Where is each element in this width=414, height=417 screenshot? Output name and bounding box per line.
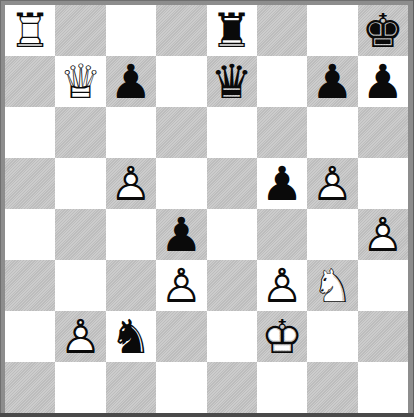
white-pawn[interactable]: ♟♙	[110, 160, 152, 207]
square-b1[interactable]	[55, 362, 105, 413]
square-a2[interactable]	[5, 311, 55, 362]
square-c8[interactable]	[106, 5, 156, 56]
black-king[interactable]: ♚	[362, 7, 404, 54]
square-g7[interactable]: ♟	[307, 56, 357, 107]
white-pawn-outline: ♙	[110, 160, 152, 207]
square-g5[interactable]: ♟♙	[307, 158, 357, 209]
white-pawn[interactable]: ♟♙	[311, 160, 353, 207]
square-d7[interactable]	[156, 56, 206, 107]
square-f1[interactable]	[257, 362, 307, 413]
black-king-glyph: ♚	[362, 7, 404, 54]
black-pawn[interactable]: ♟	[110, 58, 152, 105]
square-c2[interactable]: ♞	[106, 311, 156, 362]
square-d3[interactable]: ♟♙	[156, 260, 206, 311]
square-h5[interactable]	[358, 158, 408, 209]
square-h1[interactable]	[358, 362, 408, 413]
white-king-outline: ♔	[261, 313, 303, 360]
square-f4[interactable]	[257, 209, 307, 260]
square-a5[interactable]	[5, 158, 55, 209]
square-d6[interactable]	[156, 107, 206, 158]
square-g8[interactable]	[307, 5, 357, 56]
square-a8[interactable]: ♜♖	[5, 5, 55, 56]
black-queen[interactable]: ♛	[211, 58, 253, 105]
frame-bottom-shadow	[0, 413, 414, 417]
square-h3[interactable]	[358, 260, 408, 311]
square-e4[interactable]	[207, 209, 257, 260]
square-g6[interactable]	[307, 107, 357, 158]
white-king[interactable]: ♚♔	[261, 313, 303, 360]
white-pawn-outline: ♙	[311, 160, 353, 207]
black-queen-glyph: ♛	[211, 58, 253, 105]
chess-board: ♜♖♜♚♛♕♟♛♟♟♟♙♟♟♙♟♟♙♟♙♟♙♞♘♟♙♞♚♔	[5, 5, 408, 413]
black-pawn[interactable]: ♟	[311, 58, 353, 105]
square-h8[interactable]: ♚	[358, 5, 408, 56]
square-b5[interactable]	[55, 158, 105, 209]
square-c7[interactable]: ♟	[106, 56, 156, 107]
square-h4[interactable]: ♟♙	[358, 209, 408, 260]
black-pawn[interactable]: ♟	[362, 58, 404, 105]
square-f7[interactable]	[257, 56, 307, 107]
white-pawn[interactable]: ♟♙	[160, 262, 202, 309]
square-g1[interactable]	[307, 362, 357, 413]
square-f2[interactable]: ♚♔	[257, 311, 307, 362]
black-pawn-glyph: ♟	[261, 160, 303, 207]
square-a3[interactable]	[5, 260, 55, 311]
square-c3[interactable]	[106, 260, 156, 311]
black-rook[interactable]: ♜	[211, 7, 253, 54]
square-c1[interactable]	[106, 362, 156, 413]
square-f5[interactable]: ♟	[257, 158, 307, 209]
chessboard-frame: ♜♖♜♚♛♕♟♛♟♟♟♙♟♟♙♟♟♙♟♙♟♙♞♘♟♙♞♚♔	[0, 0, 414, 417]
square-f6[interactable]	[257, 107, 307, 158]
square-f8[interactable]	[257, 5, 307, 56]
black-rook-glyph: ♜	[211, 7, 253, 54]
white-pawn[interactable]: ♟♙	[261, 262, 303, 309]
square-b4[interactable]	[55, 209, 105, 260]
black-pawn-glyph: ♟	[160, 211, 202, 258]
white-rook-outline: ♖	[9, 7, 51, 54]
square-a6[interactable]	[5, 107, 55, 158]
square-c5[interactable]: ♟♙	[106, 158, 156, 209]
white-pawn-outline: ♙	[362, 211, 404, 258]
square-d5[interactable]	[156, 158, 206, 209]
black-pawn[interactable]: ♟	[160, 211, 202, 258]
square-b2[interactable]: ♟♙	[55, 311, 105, 362]
square-e7[interactable]: ♛	[207, 56, 257, 107]
square-d1[interactable]	[156, 362, 206, 413]
white-knight-outline: ♘	[311, 262, 353, 309]
white-pawn[interactable]: ♟♙	[59, 313, 101, 360]
square-b6[interactable]	[55, 107, 105, 158]
black-pawn[interactable]: ♟	[261, 160, 303, 207]
square-e8[interactable]: ♜	[207, 5, 257, 56]
square-g3[interactable]: ♞♘	[307, 260, 357, 311]
square-b8[interactable]	[55, 5, 105, 56]
square-e2[interactable]	[207, 311, 257, 362]
square-e1[interactable]	[207, 362, 257, 413]
square-d8[interactable]	[156, 5, 206, 56]
square-a4[interactable]	[5, 209, 55, 260]
white-rook[interactable]: ♜♖	[9, 7, 51, 54]
square-d4[interactable]: ♟	[156, 209, 206, 260]
square-c6[interactable]	[106, 107, 156, 158]
white-knight[interactable]: ♞♘	[311, 262, 353, 309]
square-a1[interactable]	[5, 362, 55, 413]
black-pawn-glyph: ♟	[311, 58, 353, 105]
square-g4[interactable]	[307, 209, 357, 260]
square-h6[interactable]	[358, 107, 408, 158]
square-a7[interactable]	[5, 56, 55, 107]
white-pawn-outline: ♙	[160, 262, 202, 309]
black-knight-glyph: ♞	[110, 313, 152, 360]
square-f3[interactable]: ♟♙	[257, 260, 307, 311]
white-queen[interactable]: ♛♕	[59, 58, 101, 105]
square-h7[interactable]: ♟	[358, 56, 408, 107]
white-pawn-outline: ♙	[261, 262, 303, 309]
white-pawn-outline: ♙	[59, 313, 101, 360]
square-g2[interactable]	[307, 311, 357, 362]
square-h2[interactable]	[358, 311, 408, 362]
square-b3[interactable]	[55, 260, 105, 311]
square-d2[interactable]	[156, 311, 206, 362]
square-c4[interactable]	[106, 209, 156, 260]
black-pawn-glyph: ♟	[362, 58, 404, 105]
square-e3[interactable]	[207, 260, 257, 311]
black-knight[interactable]: ♞	[110, 313, 152, 360]
white-queen-outline: ♕	[59, 58, 101, 105]
square-e5[interactable]	[207, 158, 257, 209]
white-pawn[interactable]: ♟♙	[362, 211, 404, 258]
square-e6[interactable]	[207, 107, 257, 158]
black-pawn-glyph: ♟	[110, 58, 152, 105]
square-b7[interactable]: ♛♕	[55, 56, 105, 107]
